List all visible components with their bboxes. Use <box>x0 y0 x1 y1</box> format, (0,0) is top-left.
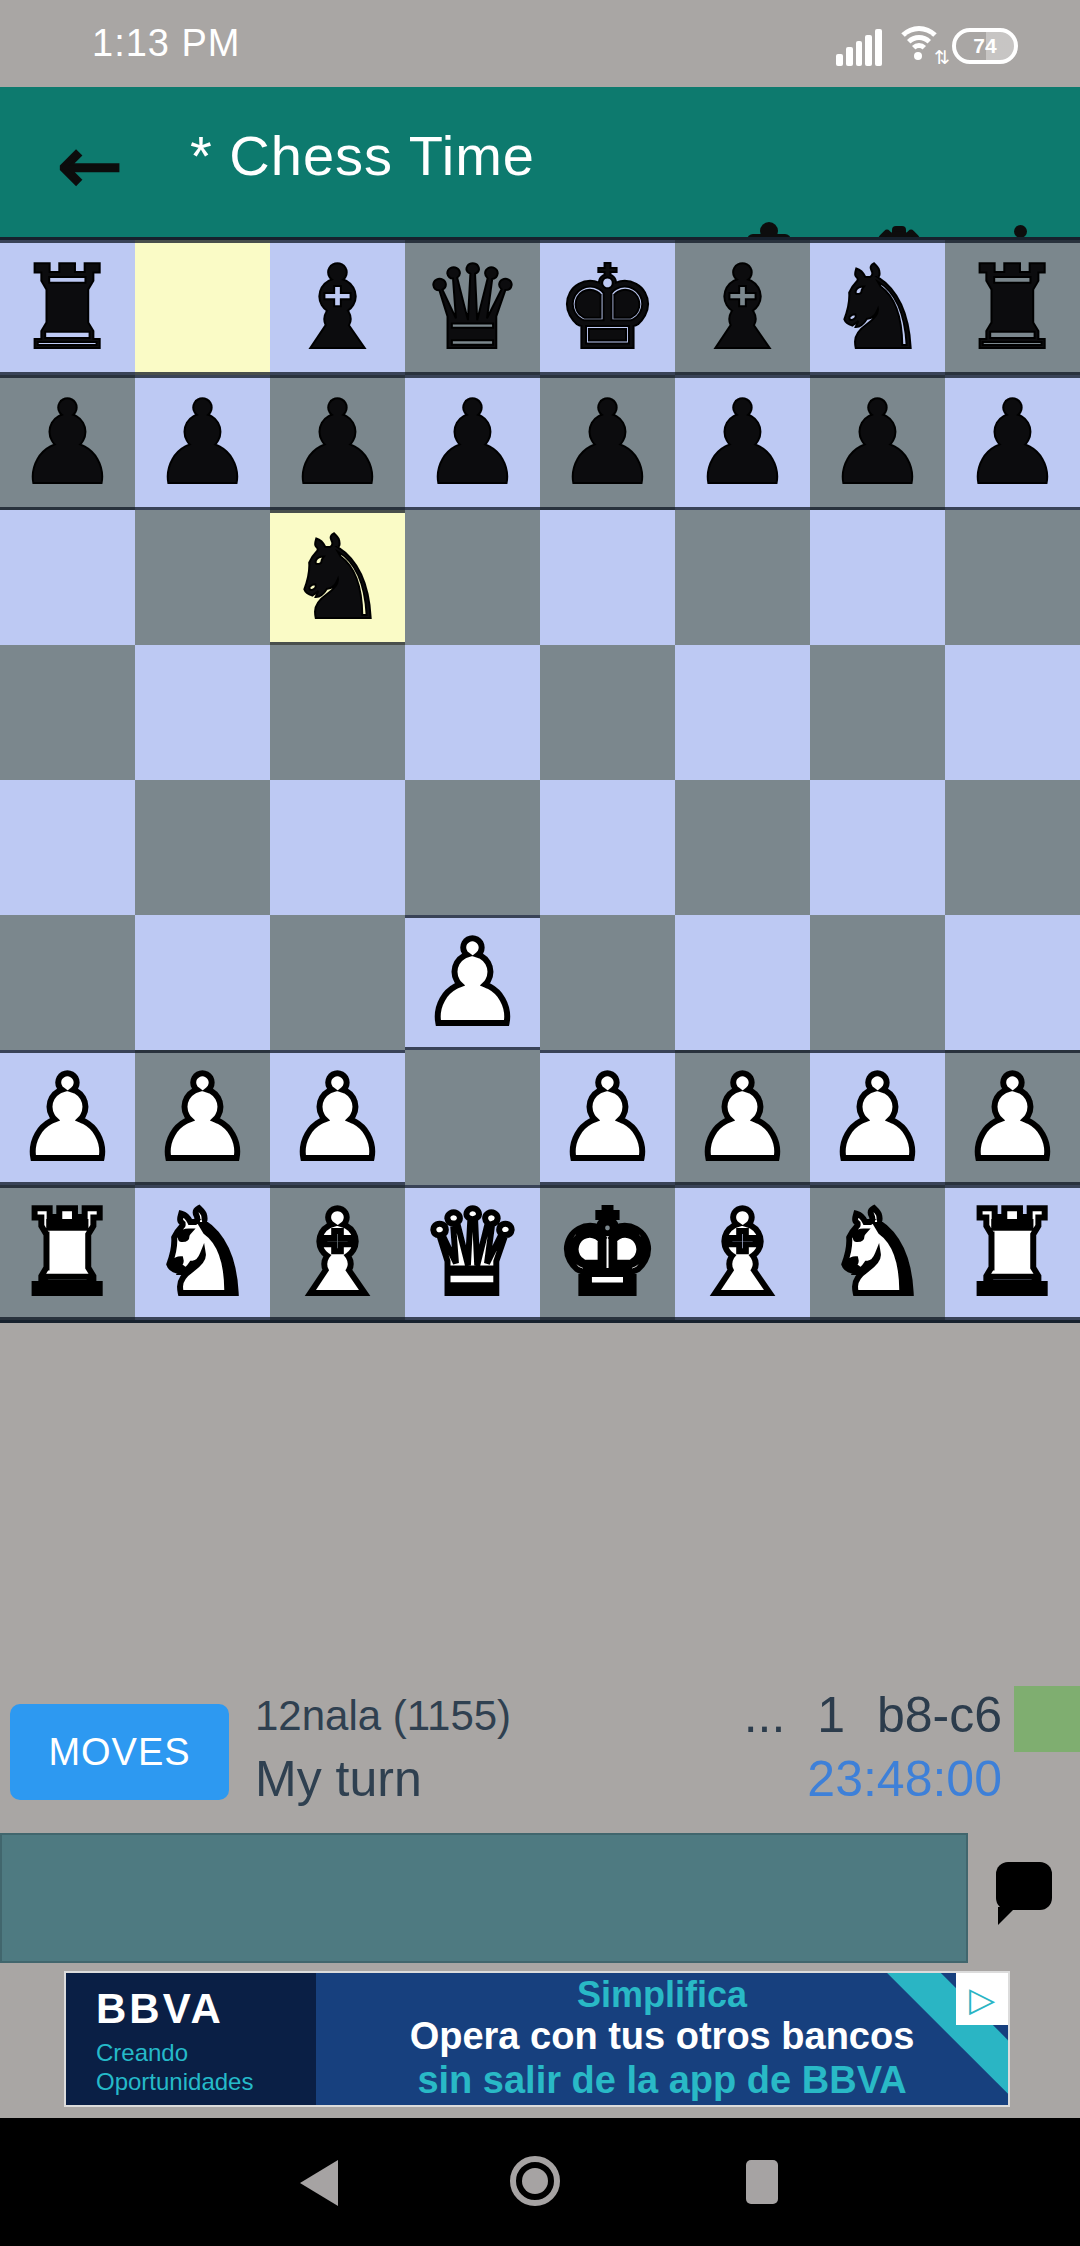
square-e7[interactable]: ♟ <box>540 375 675 510</box>
wifi-traffic-arrows-icon: ⇅ <box>934 46 950 69</box>
square-f4[interactable] <box>675 780 810 915</box>
square-g6[interactable] <box>810 510 945 645</box>
square-e2[interactable]: ♟ <box>540 1050 675 1185</box>
moves-button-label: MOVES <box>48 1731 190 1774</box>
ad-tagline-line2: Oportunidades <box>96 2068 316 2097</box>
opponent-name-rating: 12nala (1155) <box>255 1692 511 1740</box>
ad-headline: Simplifica <box>577 1976 747 2014</box>
square-b5[interactable] <box>135 645 270 780</box>
square-g3[interactable] <box>810 915 945 1050</box>
square-d2[interactable] <box>405 1050 540 1185</box>
square-d6[interactable] <box>405 510 540 645</box>
square-d1[interactable]: ♛ <box>405 1185 540 1320</box>
black-pawn-piece: ♟ <box>691 375 795 510</box>
black-pawn-piece: ♟ <box>961 375 1065 510</box>
square-h2[interactable]: ♟ <box>945 1050 1080 1185</box>
move-indicator-square <box>1014 1686 1080 1752</box>
status-time: 1:13 PM <box>92 22 241 65</box>
white-pawn-piece: ♟ <box>556 1050 660 1185</box>
black-queen-piece: ♛ <box>421 240 525 375</box>
square-g5[interactable] <box>810 645 945 780</box>
square-f5[interactable] <box>675 645 810 780</box>
nav-recents-button[interactable] <box>746 2160 778 2204</box>
white-knight-piece: ♞ <box>151 1185 255 1320</box>
square-b6[interactable] <box>135 510 270 645</box>
square-a5[interactable] <box>0 645 135 780</box>
black-pawn-piece: ♟ <box>286 375 390 510</box>
moves-button[interactable]: MOVES <box>10 1704 229 1800</box>
square-c8[interactable]: ♝ <box>270 240 405 375</box>
square-a1[interactable]: ♜ <box>0 1185 135 1320</box>
square-a6[interactable] <box>0 510 135 645</box>
black-pawn-piece: ♟ <box>556 375 660 510</box>
square-a8[interactable]: ♜ <box>0 240 135 375</box>
square-b8[interactable] <box>135 240 270 375</box>
square-a2[interactable]: ♟ <box>0 1050 135 1185</box>
square-b3[interactable] <box>135 915 270 1050</box>
square-f8[interactable]: ♝ <box>675 240 810 375</box>
signal-bars-icon <box>836 30 882 66</box>
square-b4[interactable] <box>135 780 270 915</box>
adchoices-button[interactable]: ▷ <box>956 1973 1008 2025</box>
square-e3[interactable] <box>540 915 675 1050</box>
phone-screen: 1:13 PM ⇅ 74 ← * Chess Time <box>0 0 1080 2246</box>
square-g2[interactable]: ♟ <box>810 1050 945 1185</box>
square-h7[interactable]: ♟ <box>945 375 1080 510</box>
game-clock: 23:48:00 <box>807 1750 1002 1808</box>
wifi-icon: ⇅ <box>894 26 940 66</box>
square-f2[interactable]: ♟ <box>675 1050 810 1185</box>
square-d4[interactable] <box>405 780 540 915</box>
chat-bubble-icon <box>996 1862 1052 1910</box>
square-h6[interactable] <box>945 510 1080 645</box>
black-pawn-piece: ♟ <box>151 375 255 510</box>
black-knight-piece: ♞ <box>286 510 390 645</box>
square-h8[interactable]: ♜ <box>945 240 1080 375</box>
ad-tagline-line1: Creando <box>96 2039 316 2068</box>
square-h3[interactable] <box>945 915 1080 1050</box>
square-f7[interactable]: ♟ <box>675 375 810 510</box>
nav-back-button[interactable] <box>300 2160 338 2206</box>
white-pawn-piece: ♟ <box>151 1050 255 1185</box>
square-a3[interactable] <box>0 915 135 1050</box>
square-c1[interactable]: ♝ <box>270 1185 405 1320</box>
ad-line3: sin salir de la app de BBVA <box>417 2060 906 2102</box>
square-f3[interactable] <box>675 915 810 1050</box>
black-rook-piece: ♜ <box>961 240 1065 375</box>
square-g1[interactable]: ♞ <box>810 1185 945 1320</box>
chess-board: ♜♝♛♚♝♞♜♟♟♟♟♟♟♟♟♞♟♟♟♟♟♟♟♟♜♞♝♛♚♝♞♜ <box>0 240 1080 1320</box>
white-pawn-piece: ♟ <box>961 1050 1065 1185</box>
square-c2[interactable]: ♟ <box>270 1050 405 1185</box>
square-g7[interactable]: ♟ <box>810 375 945 510</box>
square-c7[interactable]: ♟ <box>270 375 405 510</box>
last-move-text: ... 1 b8-c6 <box>744 1686 1002 1744</box>
square-a4[interactable] <box>0 780 135 915</box>
white-bishop-piece: ♝ <box>691 1185 795 1320</box>
back-arrow-icon: ← <box>57 126 122 204</box>
black-bishop-piece: ♝ <box>691 240 795 375</box>
square-b1[interactable]: ♞ <box>135 1185 270 1320</box>
white-king-piece: ♚ <box>556 1185 660 1320</box>
square-h4[interactable] <box>945 780 1080 915</box>
white-pawn-piece: ♟ <box>421 915 525 1050</box>
black-pawn-piece: ♟ <box>421 375 525 510</box>
white-pawn-piece: ♟ <box>691 1050 795 1185</box>
back-button[interactable]: ← <box>40 117 140 212</box>
white-knight-piece: ♞ <box>826 1185 930 1320</box>
nav-home-button[interactable] <box>510 2156 560 2206</box>
white-queen-piece: ♛ <box>421 1185 525 1320</box>
turn-status: My turn <box>255 1750 422 1808</box>
square-d3[interactable]: ♟ <box>405 915 540 1050</box>
app-bar: ← * Chess Time <box>0 87 1080 240</box>
black-pawn-piece: ♟ <box>16 375 120 510</box>
chat-message-input[interactable] <box>0 1833 968 1963</box>
white-rook-piece: ♜ <box>16 1185 120 1320</box>
white-pawn-piece: ♟ <box>826 1050 930 1185</box>
square-g4[interactable] <box>810 780 945 915</box>
ad-message-panel: Simplifica Opera con tus otros bancos si… <box>316 1973 1008 2105</box>
white-pawn-piece: ♟ <box>286 1050 390 1185</box>
black-knight-piece: ♞ <box>826 240 930 375</box>
ad-line2: Opera con tus otros bancos <box>410 2016 915 2058</box>
ad-brand-panel: BBVA Creando Oportunidades <box>66 1973 316 2105</box>
ad-brand-logo: BBVA <box>96 1987 316 2031</box>
square-d8[interactable]: ♛ <box>405 240 540 375</box>
adchoices-icon: ▷ <box>969 1979 995 2019</box>
white-bishop-piece: ♝ <box>286 1185 390 1320</box>
square-e6[interactable] <box>540 510 675 645</box>
square-c6[interactable]: ♞ <box>270 510 405 645</box>
square-d5[interactable] <box>405 645 540 780</box>
black-bishop-piece: ♝ <box>286 240 390 375</box>
chat-send-button[interactable] <box>996 1862 1052 1910</box>
square-b7[interactable]: ♟ <box>135 375 270 510</box>
battery-level: 74 <box>973 34 996 58</box>
square-f6[interactable] <box>675 510 810 645</box>
square-f1[interactable]: ♝ <box>675 1185 810 1320</box>
square-g8[interactable]: ♞ <box>810 240 945 375</box>
square-c4[interactable] <box>270 780 405 915</box>
white-pawn-piece: ♟ <box>16 1050 120 1185</box>
square-e4[interactable] <box>540 780 675 915</box>
status-bar: 1:13 PM ⇅ 74 <box>0 0 1080 87</box>
square-e8[interactable]: ♚ <box>540 240 675 375</box>
square-d7[interactable]: ♟ <box>405 375 540 510</box>
app-title: * Chess Time <box>190 123 535 188</box>
square-c3[interactable] <box>270 915 405 1050</box>
black-king-piece: ♚ <box>556 240 660 375</box>
square-c5[interactable] <box>270 645 405 780</box>
square-h1[interactable]: ♜ <box>945 1185 1080 1320</box>
black-rook-piece: ♜ <box>16 240 120 375</box>
square-h5[interactable] <box>945 645 1080 780</box>
square-b2[interactable]: ♟ <box>135 1050 270 1185</box>
black-pawn-piece: ♟ <box>826 375 930 510</box>
square-e5[interactable] <box>540 645 675 780</box>
ad-banner[interactable]: BBVA Creando Oportunidades Simplifica Op… <box>64 1971 1010 2107</box>
white-rook-piece: ♜ <box>961 1185 1065 1320</box>
square-a7[interactable]: ♟ <box>0 375 135 510</box>
battery-icon: 74 <box>952 28 1018 64</box>
square-e1[interactable]: ♚ <box>540 1185 675 1320</box>
